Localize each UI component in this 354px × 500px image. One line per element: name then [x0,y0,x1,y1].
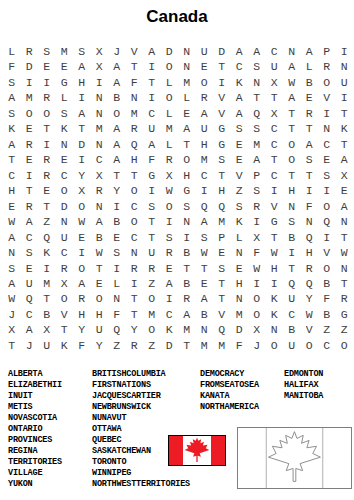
grid-cell[interactable]: E [91,276,109,291]
grid-cell[interactable]: N [126,90,144,105]
grid-cell[interactable]: B [38,307,56,322]
grid-cell[interactable]: T [38,121,56,136]
grid-cell[interactable]: T [178,261,196,276]
grid-cell[interactable]: A [108,152,126,167]
grid-cell[interactable]: G [56,75,74,90]
grid-cell[interactable]: M [213,338,231,353]
grid-cell[interactable]: L [56,90,74,105]
grid-cell[interactable]: R [38,168,56,183]
grid-cell[interactable]: C [91,152,109,167]
grid-cell[interactable]: S [283,214,301,229]
grid-cell[interactable]: Q [248,106,266,121]
grid-cell[interactable]: I [38,261,56,276]
grid-cell[interactable]: P [213,230,231,245]
grid-cell[interactable]: Y [91,338,109,353]
grid-cell[interactable]: D [213,44,231,59]
grid-cell[interactable]: O [21,106,39,121]
grid-cell[interactable]: A [196,292,214,307]
grid-cell[interactable]: I [161,214,179,229]
grid-cell[interactable]: J [3,307,21,322]
grid-cell[interactable]: I [143,90,161,105]
grid-cell[interactable]: N [283,44,301,59]
grid-cell[interactable]: R [161,245,179,260]
grid-cell[interactable]: R [126,261,144,276]
grid-cell[interactable]: N [231,245,249,260]
grid-cell[interactable]: N [3,245,21,260]
grid-cell[interactable]: X [3,322,21,337]
grid-cell[interactable]: H [73,307,91,322]
grid-cell[interactable]: U [56,230,74,245]
grid-cell[interactable]: T [336,230,354,245]
grid-cell[interactable]: W [91,245,109,260]
grid-cell[interactable]: G [266,214,284,229]
grid-cell[interactable]: U [143,245,161,260]
grid-cell[interactable]: L [161,137,179,152]
grid-cell[interactable]: T [108,168,126,183]
grid-cell[interactable]: I [318,230,336,245]
grid-cell[interactable]: M [213,214,231,229]
grid-cell[interactable]: R [21,44,39,59]
grid-cell[interactable]: A [108,137,126,152]
grid-cell[interactable]: I [108,261,126,276]
grid-cell[interactable]: X [161,168,179,183]
grid-cell[interactable]: F [318,292,336,307]
grid-cell[interactable]: S [213,261,231,276]
grid-cell[interactable]: N [336,261,354,276]
grid-cell[interactable]: S [161,230,179,245]
grid-cell[interactable]: T [126,292,144,307]
grid-cell[interactable]: M [38,276,56,291]
grid-cell[interactable]: K [56,121,74,136]
grid-cell[interactable]: I [178,230,196,245]
grid-cell[interactable]: N [318,121,336,136]
grid-cell[interactable]: O [336,338,354,353]
grid-cell[interactable]: U [91,322,109,337]
grid-cell[interactable]: X [73,183,91,198]
grid-cell[interactable]: O [73,261,91,276]
grid-cell[interactable]: X [266,75,284,90]
grid-cell[interactable]: A [21,214,39,229]
grid-cell[interactable]: K [266,307,284,322]
grid-cell[interactable]: A [196,106,214,121]
grid-cell[interactable]: O [56,292,74,307]
grid-cell[interactable]: X [266,106,284,121]
grid-cell[interactable]: A [248,152,266,167]
grid-cell[interactable]: A [108,59,126,74]
grid-cell[interactable]: I [21,168,39,183]
grid-cell[interactable]: A [231,106,249,121]
grid-cell[interactable]: F [73,338,91,353]
grid-cell[interactable]: X [248,322,266,337]
grid-cell[interactable]: T [56,322,74,337]
grid-cell[interactable]: Z [143,338,161,353]
grid-cell[interactable]: O [318,199,336,214]
grid-cell[interactable]: S [38,44,56,59]
grid-cell[interactable]: S [196,230,214,245]
grid-cell[interactable]: I [38,75,56,90]
grid-cell[interactable]: U [283,292,301,307]
grid-cell[interactable]: T [283,121,301,136]
grid-cell[interactable]: U [336,75,354,90]
grid-cell[interactable]: N [178,214,196,229]
grid-cell[interactable]: S [231,199,249,214]
grid-cell[interactable]: H [126,152,144,167]
grid-cell[interactable]: C [21,230,39,245]
grid-cell[interactable]: C [266,168,284,183]
grid-cell[interactable]: J [21,338,39,353]
grid-cell[interactable]: O [143,322,161,337]
grid-cell[interactable]: T [126,59,144,74]
grid-cell[interactable]: K [56,338,74,353]
grid-cell[interactable]: W [3,292,21,307]
grid-cell[interactable]: A [108,75,126,90]
grid-cell[interactable]: O [196,75,214,90]
grid-cell[interactable]: O [161,59,179,74]
grid-cell[interactable]: O [91,292,109,307]
grid-cell[interactable]: R [56,261,74,276]
grid-cell[interactable]: C [318,338,336,353]
grid-cell[interactable]: B [318,276,336,291]
grid-cell[interactable]: V [318,90,336,105]
grid-cell[interactable]: N [336,59,354,74]
grid-cell[interactable]: O [178,152,196,167]
grid-cell[interactable]: Y [301,292,319,307]
grid-cell[interactable]: B [301,75,319,90]
grid-cell[interactable]: E [56,152,74,167]
grid-cell[interactable]: L [161,106,179,121]
grid-cell[interactable]: E [301,90,319,105]
grid-cell[interactable]: O [108,106,126,121]
grid-cell[interactable]: N [196,322,214,337]
grid-cell[interactable]: A [161,276,179,291]
grid-cell[interactable]: R [126,121,144,136]
grid-cell[interactable]: O [248,307,266,322]
grid-cell[interactable]: W [283,75,301,90]
grid-cell[interactable]: A [336,152,354,167]
grid-cell[interactable]: T [143,230,161,245]
grid-cell[interactable]: I [21,75,39,90]
grid-cell[interactable]: V [301,322,319,337]
grid-cell[interactable]: I [248,214,266,229]
grid-cell[interactable]: E [108,230,126,245]
grid-cell[interactable]: N [91,90,109,105]
grid-cell[interactable]: B [318,307,336,322]
grid-cell[interactable]: F [248,245,266,260]
grid-cell[interactable]: R [161,152,179,167]
grid-cell[interactable]: R [248,199,266,214]
grid-cell[interactable]: G [336,307,354,322]
grid-cell[interactable]: H [91,307,109,322]
grid-cell[interactable]: N [56,214,74,229]
grid-cell[interactable]: O [143,292,161,307]
grid-cell[interactable]: S [248,183,266,198]
grid-cell[interactable]: P [318,44,336,59]
grid-cell[interactable]: A [143,44,161,59]
grid-cell[interactable]: A [3,230,21,245]
grid-cell[interactable]: T [301,168,319,183]
grid-cell[interactable]: K [266,292,284,307]
grid-cell[interactable]: O [73,199,91,214]
grid-cell[interactable]: T [336,106,354,121]
grid-cell[interactable]: U [38,338,56,353]
grid-cell[interactable]: K [38,245,56,260]
grid-cell[interactable]: B [283,322,301,337]
grid-cell[interactable]: S [3,106,21,121]
grid-cell[interactable]: H [283,183,301,198]
grid-cell[interactable]: K [231,214,249,229]
grid-cell[interactable]: M [231,307,249,322]
grid-cell[interactable]: T [143,75,161,90]
grid-cell[interactable]: J [108,44,126,59]
grid-cell[interactable]: S [248,59,266,74]
grid-cell[interactable]: M [178,75,196,90]
grid-cell[interactable]: O [301,338,319,353]
grid-cell[interactable]: R [38,90,56,105]
grid-cell[interactable]: M [126,106,144,121]
grid-cell[interactable]: E [56,59,74,74]
grid-cell[interactable]: H [213,183,231,198]
grid-cell[interactable]: O [161,199,179,214]
grid-cell[interactable]: M [56,44,74,59]
grid-cell[interactable]: I [336,90,354,105]
grid-cell[interactable]: A [336,199,354,214]
grid-cell[interactable]: O [283,152,301,167]
grid-cell[interactable]: T [213,276,231,291]
grid-cell[interactable]: Q [283,276,301,291]
grid-cell[interactable]: G [213,121,231,136]
grid-cell[interactable]: I [143,59,161,74]
grid-cell[interactable]: F [126,75,144,90]
grid-cell[interactable]: A [108,121,126,136]
grid-cell[interactable]: O [126,183,144,198]
grid-cell[interactable]: O [161,90,179,105]
grid-cell[interactable]: H [73,75,91,90]
grid-cell[interactable]: I [196,183,214,198]
grid-cell[interactable]: L [231,230,249,245]
grid-cell[interactable]: A [91,214,109,229]
grid-cell[interactable]: T [38,199,56,214]
grid-cell[interactable]: A [3,90,21,105]
grid-cell[interactable]: S [56,106,74,121]
grid-cell[interactable]: T [283,168,301,183]
grid-cell[interactable]: T [3,338,21,353]
grid-cell[interactable]: I [266,276,284,291]
grid-cell[interactable]: I [266,183,284,198]
grid-cell[interactable]: T [266,90,284,105]
grid-cell[interactable]: Q [38,230,56,245]
grid-cell[interactable]: N [248,75,266,90]
grid-cell[interactable]: O [38,106,56,121]
grid-cell[interactable]: E [231,261,249,276]
grid-cell[interactable]: W [248,261,266,276]
grid-cell[interactable]: W [266,245,284,260]
grid-cell[interactable]: W [301,307,319,322]
grid-cell[interactable]: T [213,59,231,74]
grid-cell[interactable]: N [91,199,109,214]
grid-cell[interactable]: T [196,261,214,276]
grid-cell[interactable]: N [108,292,126,307]
grid-cell[interactable]: N [56,137,74,152]
grid-cell[interactable]: R [91,183,109,198]
grid-cell[interactable]: T [91,261,109,276]
grid-cell[interactable]: S [178,199,196,214]
grid-cell[interactable]: V [266,199,284,214]
grid-cell[interactable]: S [3,75,21,90]
grid-cell[interactable]: C [196,168,214,183]
grid-cell[interactable]: R [301,261,319,276]
grid-cell[interactable]: V [56,307,74,322]
grid-cell[interactable]: H [266,261,284,276]
grid-cell[interactable]: Z [143,276,161,291]
grid-cell[interactable]: F [301,199,319,214]
grid-cell[interactable]: E [38,183,56,198]
grid-cell[interactable]: U [143,121,161,136]
grid-cell[interactable]: I [73,245,91,260]
grid-cell[interactable]: A [283,90,301,105]
grid-cell[interactable]: Z [231,183,249,198]
grid-cell[interactable]: M [161,121,179,136]
grid-cell[interactable]: S [143,199,161,214]
grid-cell[interactable]: Q [318,214,336,229]
grid-cell[interactable]: O [283,137,301,152]
grid-cell[interactable]: K [231,75,249,90]
grid-cell[interactable]: I [336,44,354,59]
grid-cell[interactable]: L [3,44,21,59]
grid-cell[interactable]: S [248,121,266,136]
grid-cell[interactable]: A [178,307,196,322]
grid-cell[interactable]: D [73,137,91,152]
grid-cell[interactable]: U [283,338,301,353]
grid-cell[interactable]: A [231,90,249,105]
grid-cell[interactable]: V [231,168,249,183]
grid-cell[interactable]: I [73,152,91,167]
grid-cell[interactable]: X [91,44,109,59]
grid-cell[interactable]: I [73,90,91,105]
grid-cell[interactable]: E [161,261,179,276]
grid-cell[interactable]: Y [108,183,126,198]
grid-cell[interactable]: I [161,292,179,307]
grid-cell[interactable]: D [161,44,179,59]
grid-cell[interactable]: G [143,168,161,183]
grid-cell[interactable]: T [213,292,231,307]
grid-cell[interactable]: S [21,245,39,260]
grid-cell[interactable]: C [283,307,301,322]
grid-cell[interactable]: O [56,183,74,198]
grid-cell[interactable]: Y [73,168,91,183]
grid-cell[interactable]: X [336,168,354,183]
grid-cell[interactable]: B [108,90,126,105]
grid-cell[interactable]: A [301,137,319,152]
grid-cell[interactable]: I [248,276,266,291]
grid-cell[interactable]: E [21,121,39,136]
grid-cell[interactable]: M [196,338,214,353]
grid-cell[interactable]: X [56,276,74,291]
grid-cell[interactable]: A [301,44,319,59]
grid-cell[interactable]: C [266,44,284,59]
grid-cell[interactable]: B [196,307,214,322]
grid-cell[interactable]: T [38,292,56,307]
grid-cell[interactable]: O [318,261,336,276]
grid-cell[interactable]: E [336,183,354,198]
grid-cell[interactable]: K [336,121,354,136]
grid-cell[interactable]: R [38,152,56,167]
grid-cell[interactable]: N [301,214,319,229]
grid-cell[interactable]: I [143,183,161,198]
grid-cell[interactable]: W [3,214,21,229]
grid-cell[interactable]: C [56,245,74,260]
grid-cell[interactable]: I [283,245,301,260]
grid-cell[interactable]: N [91,106,109,121]
grid-cell[interactable]: Z [108,338,126,353]
grid-cell[interactable]: I [126,276,144,291]
grid-cell[interactable]: Y [126,322,144,337]
grid-cell[interactable]: S [108,245,126,260]
grid-cell[interactable]: A [73,106,91,121]
grid-cell[interactable]: C [266,121,284,136]
grid-cell[interactable]: U [266,59,284,74]
grid-cell[interactable]: H [301,245,319,260]
grid-cell[interactable]: C [266,137,284,152]
grid-cell[interactable]: O [126,214,144,229]
grid-cell[interactable]: T [21,183,39,198]
grid-cell[interactable]: X [91,168,109,183]
grid-cell[interactable]: W [336,245,354,260]
grid-cell[interactable]: E [178,106,196,121]
grid-cell[interactable]: N [283,199,301,214]
grid-cell[interactable]: X [248,230,266,245]
grid-cell[interactable]: N [126,245,144,260]
grid-cell[interactable]: E [213,245,231,260]
grid-cell[interactable]: D [56,199,74,214]
grid-cell[interactable]: S [213,152,231,167]
grid-cell[interactable]: L [301,59,319,74]
grid-cell[interactable]: Q [196,199,214,214]
grid-cell[interactable]: A [3,137,21,152]
grid-cell[interactable]: G [178,183,196,198]
grid-cell[interactable]: M [21,90,39,105]
grid-cell[interactable]: L [108,276,126,291]
grid-cell[interactable]: T [336,276,354,291]
grid-cell[interactable]: M [178,322,196,337]
grid-cell[interactable]: N [178,44,196,59]
grid-cell[interactable]: S [318,168,336,183]
grid-cell[interactable]: Q [213,199,231,214]
grid-cell[interactable]: R [21,137,39,152]
grid-cell[interactable]: H [3,183,21,198]
grid-cell[interactable]: C [126,230,144,245]
grid-cell[interactable]: G [213,137,231,152]
grid-cell[interactable]: A [3,276,21,291]
grid-cell[interactable]: S [73,44,91,59]
grid-cell[interactable]: T [73,121,91,136]
grid-cell[interactable]: T [283,106,301,121]
grid-cell[interactable]: W [161,183,179,198]
grid-cell[interactable]: L [161,75,179,90]
grid-cell[interactable]: T [178,338,196,353]
grid-cell[interactable]: M [91,121,109,136]
grid-cell[interactable]: B [91,230,109,245]
grid-cell[interactable]: E [21,261,39,276]
grid-cell[interactable]: V [126,44,144,59]
grid-cell[interactable]: A [143,137,161,152]
grid-cell[interactable]: I [318,183,336,198]
grid-cell[interactable]: Q [108,322,126,337]
grid-cell[interactable]: F [231,338,249,353]
grid-cell[interactable]: C [3,168,21,183]
grid-cell[interactable]: R [336,292,354,307]
grid-cell[interactable]: M [143,307,161,322]
grid-cell[interactable]: V [213,106,231,121]
